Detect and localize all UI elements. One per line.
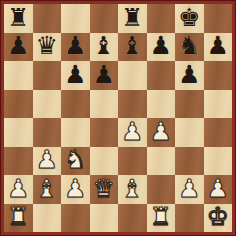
square-a6[interactable] <box>4 61 33 90</box>
black-pawn: ♟ <box>64 33 86 58</box>
white-queen: ♛ <box>93 176 115 201</box>
square-h7[interactable]: ♟ <box>204 33 233 62</box>
square-d2[interactable]: ♛ <box>90 175 119 204</box>
black-rook: ♜ <box>7 5 29 30</box>
square-b4[interactable] <box>33 118 62 147</box>
square-g2[interactable]: ♟ <box>175 175 204 204</box>
square-e2[interactable]: ♝ <box>118 175 147 204</box>
square-h8[interactable] <box>204 4 233 33</box>
square-f3[interactable] <box>147 147 176 176</box>
square-h1[interactable]: ♚ <box>204 204 233 233</box>
white-pawn: ♟ <box>36 147 58 172</box>
square-f8[interactable] <box>147 4 176 33</box>
black-pawn: ♟ <box>93 62 115 87</box>
square-h3[interactable] <box>204 147 233 176</box>
chess-board: ♜♜♚♟♛♟♝♝♟♞♟♟♟♟♟♟♟♞♟♝♟♛♝♟♟♜♜♚ <box>4 4 232 232</box>
black-queen: ♛ <box>36 33 58 58</box>
square-e1[interactable] <box>118 204 147 233</box>
black-bishop: ♝ <box>93 33 115 58</box>
square-g1[interactable] <box>175 204 204 233</box>
black-bishop: ♝ <box>121 33 143 58</box>
square-e3[interactable] <box>118 147 147 176</box>
white-bishop: ♝ <box>36 176 58 201</box>
white-knight: ♞ <box>64 147 86 172</box>
white-king: ♚ <box>207 204 229 229</box>
square-g7[interactable]: ♞ <box>175 33 204 62</box>
square-d1[interactable] <box>90 204 119 233</box>
black-pawn: ♟ <box>7 33 29 58</box>
black-rook: ♜ <box>121 5 143 30</box>
square-e8[interactable]: ♜ <box>118 4 147 33</box>
square-a3[interactable] <box>4 147 33 176</box>
square-f1[interactable]: ♜ <box>147 204 176 233</box>
square-f4[interactable]: ♟ <box>147 118 176 147</box>
square-g5[interactable] <box>175 90 204 119</box>
square-c4[interactable] <box>61 118 90 147</box>
square-c5[interactable] <box>61 90 90 119</box>
square-e4[interactable]: ♟ <box>118 118 147 147</box>
square-f7[interactable]: ♟ <box>147 33 176 62</box>
square-c1[interactable] <box>61 204 90 233</box>
square-b1[interactable] <box>33 204 62 233</box>
square-f2[interactable] <box>147 175 176 204</box>
black-knight: ♞ <box>178 33 200 58</box>
square-b8[interactable] <box>33 4 62 33</box>
square-e7[interactable]: ♝ <box>118 33 147 62</box>
square-d7[interactable]: ♝ <box>90 33 119 62</box>
square-d8[interactable] <box>90 4 119 33</box>
square-h2[interactable]: ♟ <box>204 175 233 204</box>
black-pawn: ♟ <box>207 33 229 58</box>
black-king: ♚ <box>178 5 200 30</box>
white-bishop: ♝ <box>121 176 143 201</box>
black-pawn: ♟ <box>178 62 200 87</box>
square-c7[interactable]: ♟ <box>61 33 90 62</box>
black-pawn: ♟ <box>64 62 86 87</box>
square-e6[interactable] <box>118 61 147 90</box>
square-c3[interactable]: ♞ <box>61 147 90 176</box>
white-pawn: ♟ <box>7 176 29 201</box>
white-pawn: ♟ <box>121 119 143 144</box>
square-c8[interactable] <box>61 4 90 33</box>
white-pawn: ♟ <box>178 176 200 201</box>
square-e5[interactable] <box>118 90 147 119</box>
white-pawn: ♟ <box>150 119 172 144</box>
square-c2[interactable]: ♟ <box>61 175 90 204</box>
square-g8[interactable]: ♚ <box>175 4 204 33</box>
black-pawn: ♟ <box>150 33 172 58</box>
square-f5[interactable] <box>147 90 176 119</box>
square-d6[interactable]: ♟ <box>90 61 119 90</box>
white-rook: ♜ <box>150 204 172 229</box>
square-g4[interactable] <box>175 118 204 147</box>
square-b7[interactable]: ♛ <box>33 33 62 62</box>
square-b5[interactable] <box>33 90 62 119</box>
square-b6[interactable] <box>33 61 62 90</box>
white-pawn: ♟ <box>64 176 86 201</box>
white-pawn: ♟ <box>207 176 229 201</box>
square-g3[interactable] <box>175 147 204 176</box>
square-a8[interactable]: ♜ <box>4 4 33 33</box>
square-d3[interactable] <box>90 147 119 176</box>
square-b2[interactable]: ♝ <box>33 175 62 204</box>
square-a2[interactable]: ♟ <box>4 175 33 204</box>
square-d4[interactable] <box>90 118 119 147</box>
square-f6[interactable] <box>147 61 176 90</box>
square-a7[interactable]: ♟ <box>4 33 33 62</box>
square-a1[interactable]: ♜ <box>4 204 33 233</box>
square-d5[interactable] <box>90 90 119 119</box>
square-b3[interactable]: ♟ <box>33 147 62 176</box>
chess-board-frame: ♜♜♚♟♛♟♝♝♟♞♟♟♟♟♟♟♟♞♟♝♟♛♝♟♟♜♜♚ <box>0 0 236 236</box>
square-h4[interactable] <box>204 118 233 147</box>
square-a5[interactable] <box>4 90 33 119</box>
square-g6[interactable]: ♟ <box>175 61 204 90</box>
square-h6[interactable] <box>204 61 233 90</box>
square-a4[interactable] <box>4 118 33 147</box>
square-h5[interactable] <box>204 90 233 119</box>
white-rook: ♜ <box>7 204 29 229</box>
square-c6[interactable]: ♟ <box>61 61 90 90</box>
